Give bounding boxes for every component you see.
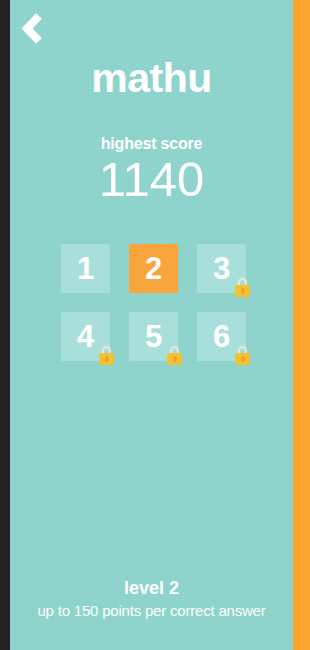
level-number: 3 [213,253,230,284]
back-button[interactable] [21,12,47,44]
footer-points-caption: up to 150 points per correct answer [10,602,293,620]
level-tile-1[interactable]: 1 [61,244,110,293]
level-tile-3[interactable]: 3 [197,244,246,293]
page-title: mathu [10,58,293,99]
lock-icon [235,278,250,297]
highest-score-value: 1140 [10,155,293,204]
side-stripe [293,0,310,650]
level-number: 6 [213,321,230,352]
level-tile-5[interactable]: 5 [129,312,178,361]
level-number: 2 [145,253,162,284]
level-number: 4 [77,321,94,352]
back-chevron-icon [21,13,47,44]
app-screen: mathu highest score 1140 123456 level 2 … [10,0,310,650]
level-number: 5 [145,321,162,352]
lock-icon [99,346,114,365]
level-tile-6[interactable]: 6 [197,312,246,361]
level-grid: 123456 [61,244,246,361]
lock-icon [235,346,250,365]
level-tile-2[interactable]: 2 [129,244,178,293]
highest-score-label: highest score [10,135,293,153]
lock-icon [167,346,182,365]
level-number: 1 [77,253,94,284]
main-content: mathu highest score 1140 123456 level 2 … [10,0,293,650]
level-tile-4[interactable]: 4 [61,312,110,361]
footer-level-label: level 2 [10,579,293,597]
